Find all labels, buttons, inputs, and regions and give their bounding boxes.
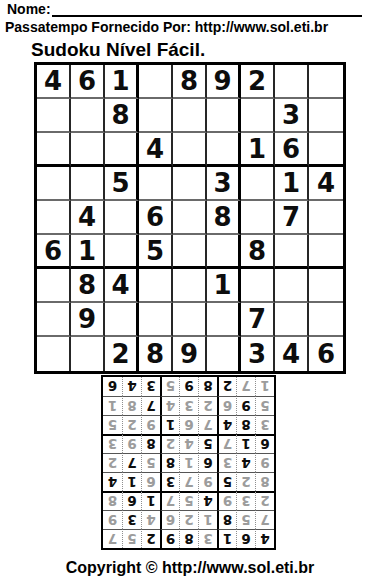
- solution-cell: 6: [198, 453, 217, 472]
- solution-cell: 7: [122, 453, 141, 472]
- sudoku-cell: [309, 133, 343, 167]
- solution-cell: 7: [255, 510, 274, 529]
- solution-cell: 4: [255, 529, 274, 548]
- sudoku-cell: [275, 235, 309, 269]
- sudoku-cell: [173, 303, 207, 337]
- sudoku-cell: [173, 167, 207, 201]
- sudoku-cell: [241, 99, 275, 133]
- sudoku-cell: [37, 99, 71, 133]
- solution-cell: 4: [236, 453, 255, 472]
- sudoku-cell: [309, 235, 343, 269]
- name-row: Nome:: [7, 1, 362, 17]
- solution-cell: 5: [179, 491, 198, 510]
- sudoku-cell: 9: [71, 303, 105, 337]
- solution-cell: 5: [122, 529, 141, 548]
- solution-cell: 7: [198, 415, 217, 434]
- sudoku-cell: [105, 133, 139, 167]
- sudoku-cell: 4: [37, 65, 71, 99]
- solution-cell: 5: [103, 415, 122, 434]
- solution-cell: 5: [160, 377, 179, 396]
- sudoku-cell: [139, 269, 173, 303]
- sudoku-cell: [173, 99, 207, 133]
- name-fill-line: [52, 14, 362, 17]
- solution-cell: 5: [217, 472, 236, 491]
- sudoku-cell: 2: [105, 337, 139, 371]
- solution-cell: 8: [160, 453, 179, 472]
- sudoku-cell: 8: [139, 337, 173, 371]
- solution-cell: 3: [103, 434, 122, 453]
- sudoku-cell: 7: [275, 201, 309, 235]
- sudoku-cell: [241, 167, 275, 201]
- solution-cell: 4: [179, 434, 198, 453]
- solution-cell: 1: [141, 491, 160, 510]
- solution-cell: 1: [236, 434, 255, 453]
- sudoku-cell: [105, 235, 139, 269]
- solution-cell: 9: [141, 415, 160, 434]
- solution-cell: 9: [217, 491, 236, 510]
- solution-cell: 9: [198, 472, 217, 491]
- page-title: Sudoku Nível Fácil.: [31, 39, 205, 61]
- solution-cell: 4: [122, 377, 141, 396]
- solution-cell: 6: [160, 510, 179, 529]
- solution-cell: 8: [122, 396, 141, 415]
- sudoku-cell: [309, 269, 343, 303]
- sudoku-cell: 6: [275, 133, 309, 167]
- solution-cell: 3: [160, 472, 179, 491]
- solution-cell: 6: [179, 415, 198, 434]
- sudoku-cell: [275, 269, 309, 303]
- sudoku-cell: [173, 133, 207, 167]
- sudoku-cell: 7: [241, 303, 275, 337]
- solution-cell: 8: [236, 415, 255, 434]
- solution-cell: 1: [122, 472, 141, 491]
- solution-cell: 3: [217, 453, 236, 472]
- solution-cell: 9: [255, 453, 274, 472]
- solution-cell: 7: [103, 529, 122, 548]
- solution-cell: 6: [255, 434, 274, 453]
- sudoku-cell: [207, 235, 241, 269]
- solution-cell: 2: [198, 396, 217, 415]
- solution-cell: 1: [217, 529, 236, 548]
- sudoku-cell: [309, 65, 343, 99]
- solution-cell: 7: [179, 472, 198, 491]
- sudoku-cell: 8: [241, 235, 275, 269]
- sudoku-grid: 4618928341653144687615884197289346: [34, 62, 346, 374]
- sudoku-cell: 6: [37, 235, 71, 269]
- sudoku-cell: 4: [139, 133, 173, 167]
- solution-cell: 5: [141, 453, 160, 472]
- sudoku-cell: [309, 303, 343, 337]
- sudoku-cell: [37, 201, 71, 235]
- solution-cell: 6: [141, 472, 160, 491]
- sudoku-cell: 3: [275, 99, 309, 133]
- solution-cell: 2: [160, 434, 179, 453]
- sudoku-cell: 5: [105, 167, 139, 201]
- sudoku-cell: [241, 269, 275, 303]
- sudoku-cell: [173, 235, 207, 269]
- sudoku-cell: 3: [207, 167, 241, 201]
- sudoku-cell: 9: [207, 65, 241, 99]
- sudoku-cell: 8: [173, 65, 207, 99]
- solution-cell: 8: [179, 529, 198, 548]
- solution-cell: 3: [236, 491, 255, 510]
- sudoku-cell: 4: [105, 269, 139, 303]
- solution-cell: 3: [255, 415, 274, 434]
- solution-grid-rotated-180: 4613892577581264392394571688259736149436…: [101, 375, 276, 550]
- sudoku-cell: 4: [275, 337, 309, 371]
- sudoku-cell: [207, 303, 241, 337]
- sudoku-cell: [139, 167, 173, 201]
- solution-cell: 3: [141, 377, 160, 396]
- solution-cell: 2: [103, 453, 122, 472]
- worksheet-page: Nome: Passatempo Fornecido Por: http://w…: [0, 0, 380, 585]
- sudoku-cell: 1: [71, 235, 105, 269]
- solution-cell: 9: [179, 377, 198, 396]
- solution-cell: 1: [179, 453, 198, 472]
- sudoku-cell: [139, 303, 173, 337]
- solution-cell: 7: [217, 434, 236, 453]
- solution-cell: 9: [122, 434, 141, 453]
- sudoku-cell: 9: [173, 337, 207, 371]
- provider-text: Passatempo Fornecido Por: http://www.sol…: [5, 19, 328, 35]
- sudoku-cell: [173, 201, 207, 235]
- sudoku-cell: [71, 167, 105, 201]
- sudoku-cell: 8: [207, 201, 241, 235]
- solution-cell: 1: [103, 396, 122, 415]
- solution-cell: 5: [198, 434, 217, 453]
- solution-cell: 8: [198, 377, 217, 396]
- sudoku-cell: [71, 99, 105, 133]
- copyright-text: Copyright © http://www.sol.eti.br: [0, 559, 380, 577]
- solution-cell: 4: [141, 510, 160, 529]
- solution-cell: 7: [236, 377, 255, 396]
- solution-cell: 6: [103, 377, 122, 396]
- solution-cell: 1: [160, 415, 179, 434]
- solution-cell: 9: [160, 529, 179, 548]
- solution-cell: 7: [141, 396, 160, 415]
- sudoku-cell: [37, 167, 71, 201]
- sudoku-cell: [207, 133, 241, 167]
- solution-cell: 1: [198, 510, 217, 529]
- sudoku-cell: [139, 99, 173, 133]
- solution-cell: 8: [141, 434, 160, 453]
- solution-cell: 3: [198, 529, 217, 548]
- sudoku-cell: 1: [241, 133, 275, 167]
- sudoku-cell: 8: [105, 99, 139, 133]
- solution-cell: 2: [179, 510, 198, 529]
- solution-cell: 8: [103, 491, 122, 510]
- solution-cell: 2: [122, 415, 141, 434]
- solution-cell: 4: [198, 491, 217, 510]
- sudoku-cell: [37, 303, 71, 337]
- sudoku-cell: [71, 337, 105, 371]
- solution-cell: 7: [160, 491, 179, 510]
- solution-cell: 2: [236, 472, 255, 491]
- sudoku-cell: 6: [139, 201, 173, 235]
- sudoku-cell: [173, 269, 207, 303]
- solution-cell: 8: [255, 472, 274, 491]
- sudoku-cell: [309, 201, 343, 235]
- solution-cell: 9: [103, 510, 122, 529]
- sudoku-cell: 2: [241, 65, 275, 99]
- sudoku-cell: [37, 269, 71, 303]
- sudoku-cell: [37, 337, 71, 371]
- solution-cell: 6: [236, 529, 255, 548]
- sudoku-cell: 4: [71, 201, 105, 235]
- sudoku-cell: [207, 337, 241, 371]
- solution-cell: 4: [217, 415, 236, 434]
- sudoku-cell: 5: [139, 235, 173, 269]
- name-label: Nome:: [7, 2, 51, 17]
- sudoku-cell: [71, 133, 105, 167]
- solution-cell: 5: [236, 510, 255, 529]
- sudoku-cell: 6: [309, 337, 343, 371]
- sudoku-cell: 1: [207, 269, 241, 303]
- sudoku-cell: 4: [309, 167, 343, 201]
- solution-cell: 1: [255, 377, 274, 396]
- solution-cell: 6: [122, 491, 141, 510]
- sudoku-cell: [207, 99, 241, 133]
- solution-cell: 3: [179, 396, 198, 415]
- sudoku-cell: [139, 65, 173, 99]
- solution-cell: 2: [217, 377, 236, 396]
- solution-cell: 5: [255, 396, 274, 415]
- sudoku-cell: 1: [105, 65, 139, 99]
- sudoku-cell: 1: [275, 167, 309, 201]
- solution-cell: 2: [255, 491, 274, 510]
- solution-cell: 8: [217, 510, 236, 529]
- solution-cell: 4: [103, 472, 122, 491]
- sudoku-cell: [275, 65, 309, 99]
- sudoku-cell: [105, 303, 139, 337]
- sudoku-cell: [105, 201, 139, 235]
- solution-cell: 9: [236, 396, 255, 415]
- solution-cell: 4: [160, 396, 179, 415]
- solution-cell: 2: [141, 529, 160, 548]
- solution-cell: 6: [217, 396, 236, 415]
- sudoku-cell: 3: [241, 337, 275, 371]
- sudoku-cell: [309, 99, 343, 133]
- sudoku-cell: [37, 133, 71, 167]
- sudoku-cell: [275, 303, 309, 337]
- sudoku-cell: 6: [71, 65, 105, 99]
- solution-cell: 3: [122, 510, 141, 529]
- sudoku-cell: 8: [71, 269, 105, 303]
- sudoku-cell: [241, 201, 275, 235]
